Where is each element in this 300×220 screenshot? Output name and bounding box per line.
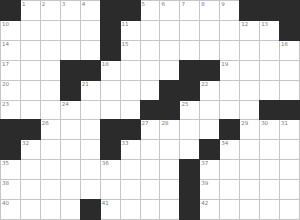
white-cell-r2c8[interactable] xyxy=(160,41,179,60)
clue-number-5: 5 xyxy=(142,1,146,8)
white-cell-r1c2[interactable] xyxy=(41,21,60,40)
white-cell-r9c6[interactable] xyxy=(121,180,140,199)
white-cell-r1c11[interactable] xyxy=(220,21,239,40)
white-cell-r2c14[interactable]: 16 xyxy=(280,41,299,60)
clue-number-2: 2 xyxy=(42,1,46,8)
clue-number-34: 34 xyxy=(221,140,228,147)
white-cell-r10c10[interactable]: 42 xyxy=(200,200,219,219)
black-cell-r6c1 xyxy=(21,120,40,139)
white-cell-r7c8[interactable] xyxy=(160,140,179,159)
white-cell-r4c6[interactable] xyxy=(121,81,140,100)
crossword-screenshot: 1234567891011121314151617181920212223242… xyxy=(0,0,300,220)
white-cell-r5c3[interactable]: 24 xyxy=(61,101,80,120)
crossword-grid: 1234567891011121314151617181920212223242… xyxy=(0,0,300,220)
white-cell-r5c11[interactable] xyxy=(220,101,239,120)
white-cell-r6c7[interactable]: 27 xyxy=(141,120,160,139)
white-cell-r8c6[interactable] xyxy=(121,160,140,179)
white-cell-r2c10[interactable] xyxy=(200,41,219,60)
white-cell-r4c2[interactable] xyxy=(41,81,60,100)
white-cell-r3c0[interactable]: 17 xyxy=(1,61,20,80)
white-cell-r7c9[interactable] xyxy=(180,140,199,159)
white-cell-r2c4[interactable] xyxy=(81,41,100,60)
black-cell-r3c9 xyxy=(180,61,199,80)
clue-number-39: 39 xyxy=(201,180,208,187)
white-cell-r10c7[interactable] xyxy=(141,200,160,219)
white-cell-r1c7[interactable] xyxy=(141,21,160,40)
black-cell-r0c13 xyxy=(260,1,279,20)
white-cell-r3c13[interactable] xyxy=(260,61,279,80)
white-cell-r2c1[interactable] xyxy=(21,41,40,60)
white-cell-r0c11[interactable]: 9 xyxy=(220,1,239,20)
clue-number-42: 42 xyxy=(201,200,208,207)
clue-number-25: 25 xyxy=(181,101,188,108)
white-cell-r4c13[interactable] xyxy=(260,81,279,100)
white-cell-r3c6[interactable] xyxy=(121,61,140,80)
clue-number-37: 37 xyxy=(201,160,208,167)
white-cell-r7c2[interactable] xyxy=(41,140,60,159)
white-cell-r9c4[interactable] xyxy=(81,180,100,199)
white-cell-r6c4[interactable] xyxy=(81,120,100,139)
white-cell-r3c5[interactable]: 18 xyxy=(101,61,120,80)
clue-number-11: 11 xyxy=(122,21,129,28)
white-cell-r8c11[interactable] xyxy=(220,160,239,179)
black-cell-r5c8 xyxy=(160,101,179,120)
white-cell-r6c8[interactable]: 28 xyxy=(160,120,179,139)
black-cell-r0c6 xyxy=(121,1,140,20)
clue-number-27: 27 xyxy=(142,120,149,127)
white-cell-r3c7[interactable] xyxy=(141,61,160,80)
white-cell-r7c1[interactable]: 32 xyxy=(21,140,40,159)
white-cell-r5c4[interactable] xyxy=(81,101,100,120)
clue-number-9: 9 xyxy=(221,1,225,8)
white-cell-r4c11[interactable] xyxy=(220,81,239,100)
white-cell-r9c12[interactable] xyxy=(240,180,259,199)
white-cell-r4c4[interactable]: 21 xyxy=(81,81,100,100)
white-cell-r2c0[interactable]: 14 xyxy=(1,41,20,60)
black-cell-r0c12 xyxy=(240,1,259,20)
white-cell-r8c13[interactable] xyxy=(260,160,279,179)
white-cell-r4c5[interactable] xyxy=(101,81,120,100)
white-cell-r9c8[interactable] xyxy=(160,180,179,199)
black-cell-r9c9 xyxy=(180,180,199,199)
white-cell-r6c2[interactable]: 26 xyxy=(41,120,60,139)
clue-number-14: 14 xyxy=(2,41,9,48)
clue-number-24: 24 xyxy=(62,101,69,108)
clue-number-35: 35 xyxy=(2,160,9,167)
white-cell-r9c2[interactable] xyxy=(41,180,60,199)
white-cell-r6c13[interactable]: 30 xyxy=(260,120,279,139)
white-cell-r0c4[interactable]: 4 xyxy=(81,1,100,20)
white-cell-r5c0[interactable]: 23 xyxy=(1,101,20,120)
white-cell-r10c14[interactable] xyxy=(280,200,299,219)
black-cell-r3c4 xyxy=(81,61,100,80)
white-cell-r0c7[interactable]: 5 xyxy=(141,1,160,20)
white-cell-r5c5[interactable] xyxy=(101,101,120,120)
clue-number-40: 40 xyxy=(2,200,9,207)
white-cell-r2c3[interactable] xyxy=(61,41,80,60)
white-cell-r1c1[interactable] xyxy=(21,21,40,40)
black-cell-r6c11 xyxy=(220,120,239,139)
white-cell-r6c10[interactable] xyxy=(200,120,219,139)
clue-number-38: 38 xyxy=(2,180,9,187)
black-cell-r0c14 xyxy=(280,1,299,20)
white-cell-r5c6[interactable] xyxy=(121,101,140,120)
white-cell-r7c7[interactable] xyxy=(141,140,160,159)
white-cell-r8c10[interactable]: 37 xyxy=(200,160,219,179)
white-cell-r3c12[interactable] xyxy=(240,61,259,80)
white-cell-r1c4[interactable] xyxy=(81,21,100,40)
white-cell-r7c6[interactable]: 33 xyxy=(121,140,140,159)
clue-number-4: 4 xyxy=(82,1,86,8)
white-cell-r7c11[interactable]: 34 xyxy=(220,140,239,159)
clue-number-31: 31 xyxy=(281,120,288,127)
clue-number-3: 3 xyxy=(62,1,66,8)
clue-number-6: 6 xyxy=(161,1,165,8)
white-cell-r10c8[interactable] xyxy=(160,200,179,219)
black-cell-r8c9 xyxy=(180,160,199,179)
white-cell-r6c9[interactable] xyxy=(180,120,199,139)
clue-number-17: 17 xyxy=(2,61,9,68)
clue-number-8: 8 xyxy=(201,1,205,8)
white-cell-r2c7[interactable] xyxy=(141,41,160,60)
clue-number-29: 29 xyxy=(241,120,248,127)
white-cell-r2c2[interactable] xyxy=(41,41,60,60)
white-cell-r1c10[interactable] xyxy=(200,21,219,40)
white-cell-r9c7[interactable] xyxy=(141,180,160,199)
white-cell-r4c14[interactable] xyxy=(280,81,299,100)
clue-number-21: 21 xyxy=(82,81,89,88)
white-cell-r9c14[interactable] xyxy=(280,180,299,199)
black-cell-r7c0 xyxy=(1,140,20,159)
clue-number-1: 1 xyxy=(22,1,26,8)
white-cell-r9c1[interactable] xyxy=(21,180,40,199)
white-cell-r10c6[interactable] xyxy=(121,200,140,219)
white-cell-r3c11[interactable]: 19 xyxy=(220,61,239,80)
black-cell-r4c9 xyxy=(180,81,199,100)
white-cell-r10c2[interactable] xyxy=(41,200,60,219)
white-cell-r4c1[interactable] xyxy=(21,81,40,100)
clue-number-18: 18 xyxy=(102,61,109,68)
black-cell-r0c5 xyxy=(101,1,120,20)
white-cell-r5c1[interactable] xyxy=(21,101,40,120)
black-cell-r6c0 xyxy=(1,120,20,139)
black-cell-r4c8 xyxy=(160,81,179,100)
white-cell-r0c8[interactable]: 6 xyxy=(160,1,179,20)
white-cell-r10c1[interactable] xyxy=(21,200,40,219)
white-cell-r3c8[interactable] xyxy=(160,61,179,80)
white-cell-r8c14[interactable] xyxy=(280,160,299,179)
white-cell-r8c12[interactable] xyxy=(240,160,259,179)
white-cell-r10c5[interactable]: 41 xyxy=(101,200,120,219)
white-cell-r2c9[interactable] xyxy=(180,41,199,60)
white-cell-r3c1[interactable] xyxy=(21,61,40,80)
white-cell-r0c10[interactable]: 8 xyxy=(200,1,219,20)
white-cell-r7c4[interactable] xyxy=(81,140,100,159)
white-cell-r6c14[interactable]: 31 xyxy=(280,120,299,139)
black-cell-r10c9 xyxy=(180,200,199,219)
clue-number-15: 15 xyxy=(122,41,129,48)
black-cell-r1c14 xyxy=(280,21,299,40)
white-cell-r10c0[interactable]: 40 xyxy=(1,200,20,219)
clue-number-20: 20 xyxy=(2,81,9,88)
white-cell-r8c1[interactable] xyxy=(21,160,40,179)
clue-number-22: 22 xyxy=(201,81,208,88)
black-cell-r3c10 xyxy=(200,61,219,80)
white-cell-r9c13[interactable] xyxy=(260,180,279,199)
white-cell-r4c12[interactable] xyxy=(240,81,259,100)
black-cell-r3c3 xyxy=(61,61,80,80)
white-cell-r10c12[interactable] xyxy=(240,200,259,219)
white-cell-r1c8[interactable] xyxy=(160,21,179,40)
white-cell-r9c11[interactable] xyxy=(220,180,239,199)
white-cell-r2c6[interactable]: 15 xyxy=(121,41,140,60)
black-cell-r1c5 xyxy=(101,21,120,40)
white-cell-r2c12[interactable] xyxy=(240,41,259,60)
black-cell-r7c10 xyxy=(200,140,219,159)
white-cell-r1c6[interactable]: 11 xyxy=(121,21,140,40)
clue-number-32: 32 xyxy=(22,140,29,147)
white-cell-r4c7[interactable] xyxy=(141,81,160,100)
white-cell-r7c12[interactable] xyxy=(240,140,259,159)
clue-number-13: 13 xyxy=(261,21,268,28)
clue-number-23: 23 xyxy=(2,101,9,108)
white-cell-r2c13[interactable] xyxy=(260,41,279,60)
white-cell-r1c13[interactable]: 13 xyxy=(260,21,279,40)
black-cell-r7c5 xyxy=(101,140,120,159)
white-cell-r8c2[interactable] xyxy=(41,160,60,179)
white-cell-r5c12[interactable] xyxy=(240,101,259,120)
white-cell-r1c0[interactable]: 10 xyxy=(1,21,20,40)
black-cell-r5c14 xyxy=(280,101,299,120)
white-cell-r8c3[interactable] xyxy=(61,160,80,179)
white-cell-r8c0[interactable]: 35 xyxy=(1,160,20,179)
clue-number-12: 12 xyxy=(241,21,248,28)
clue-number-33: 33 xyxy=(122,140,129,147)
white-cell-r3c14[interactable] xyxy=(280,61,299,80)
white-cell-r10c13[interactable] xyxy=(260,200,279,219)
white-cell-r9c5[interactable] xyxy=(101,180,120,199)
black-cell-r6c6 xyxy=(121,120,140,139)
white-cell-r8c8[interactable] xyxy=(160,160,179,179)
white-cell-r8c4[interactable] xyxy=(81,160,100,179)
white-cell-r4c10[interactable]: 22 xyxy=(200,81,219,100)
clue-number-16: 16 xyxy=(281,41,288,48)
black-cell-r10c4 xyxy=(81,200,100,219)
white-cell-r7c13[interactable] xyxy=(260,140,279,159)
clue-number-30: 30 xyxy=(261,120,268,127)
black-cell-r5c7 xyxy=(141,101,160,120)
white-cell-r8c5[interactable]: 36 xyxy=(101,160,120,179)
white-cell-r4c0[interactable]: 20 xyxy=(1,81,20,100)
white-cell-r0c9[interactable]: 7 xyxy=(180,1,199,20)
white-cell-r5c9[interactable]: 25 xyxy=(180,101,199,120)
white-cell-r10c3[interactable] xyxy=(61,200,80,219)
clue-number-26: 26 xyxy=(42,120,49,127)
clue-number-28: 28 xyxy=(161,120,168,127)
white-cell-r0c1[interactable]: 1 xyxy=(21,1,40,20)
white-cell-r10c11[interactable] xyxy=(220,200,239,219)
white-cell-r8c7[interactable] xyxy=(141,160,160,179)
clue-number-19: 19 xyxy=(221,61,228,68)
white-cell-r3c2[interactable] xyxy=(41,61,60,80)
white-cell-r7c14[interactable] xyxy=(280,140,299,159)
clue-number-36: 36 xyxy=(102,160,109,167)
black-cell-r0c0 xyxy=(1,1,20,20)
white-cell-r6c12[interactable]: 29 xyxy=(240,120,259,139)
white-cell-r2c11[interactable] xyxy=(220,41,239,60)
white-cell-r1c9[interactable] xyxy=(180,21,199,40)
black-cell-r4c3 xyxy=(61,81,80,100)
white-cell-r5c10[interactable] xyxy=(200,101,219,120)
white-cell-r7c3[interactable] xyxy=(61,140,80,159)
black-cell-r5c13 xyxy=(260,101,279,120)
clue-number-7: 7 xyxy=(181,1,185,8)
white-cell-r0c2[interactable]: 2 xyxy=(41,1,60,20)
white-cell-r1c3[interactable] xyxy=(61,21,80,40)
clue-number-41: 41 xyxy=(102,200,109,207)
clue-number-10: 10 xyxy=(2,21,9,28)
white-cell-r0c3[interactable]: 3 xyxy=(61,1,80,20)
white-cell-r9c10[interactable]: 39 xyxy=(200,180,219,199)
white-cell-r5c2[interactable] xyxy=(41,101,60,120)
white-cell-r1c12[interactable]: 12 xyxy=(240,21,259,40)
white-cell-r9c3[interactable] xyxy=(61,180,80,199)
black-cell-r6c5 xyxy=(101,120,120,139)
white-cell-r6c3[interactable] xyxy=(61,120,80,139)
black-cell-r2c5 xyxy=(101,41,120,60)
white-cell-r9c0[interactable]: 38 xyxy=(1,180,20,199)
